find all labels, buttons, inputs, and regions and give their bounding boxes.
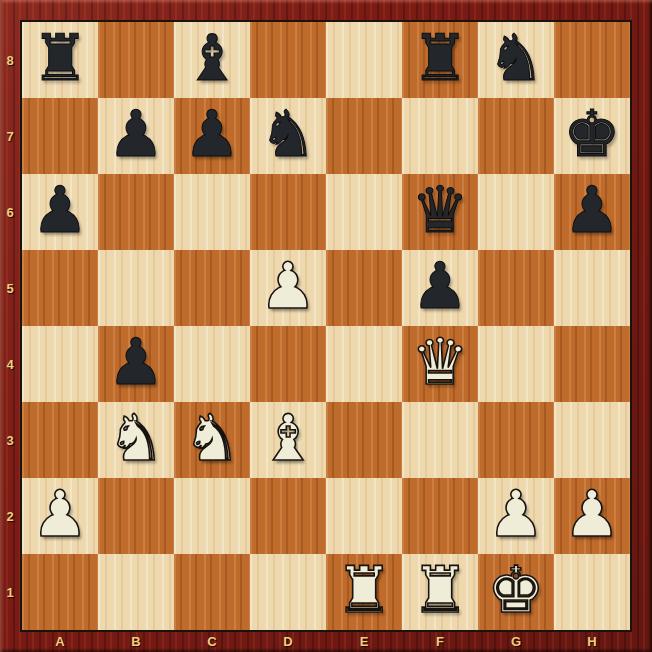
square-d3[interactable]: ♝ [250, 402, 326, 478]
square-b3[interactable]: ♞ [98, 402, 174, 478]
square-b1[interactable] [98, 554, 174, 630]
square-f4[interactable]: ♛ [402, 326, 478, 402]
square-g1[interactable]: ♚ [478, 554, 554, 630]
square-g5[interactable] [478, 250, 554, 326]
piece-white-pawn-a2[interactable]: ♟ [31, 482, 88, 546]
piece-black-rook-a8[interactable]: ♜ [31, 26, 88, 90]
square-e2[interactable] [326, 478, 402, 554]
piece-black-knight-g8[interactable]: ♞ [487, 26, 544, 90]
piece-white-queen-f4[interactable]: ♛ [411, 330, 468, 394]
piece-black-king-h7[interactable]: ♚ [563, 102, 620, 166]
piece-white-king-g1[interactable]: ♚ [487, 558, 544, 622]
rank-label-1: 1 [0, 585, 20, 600]
square-a5[interactable] [22, 250, 98, 326]
square-b6[interactable] [98, 174, 174, 250]
square-e5[interactable] [326, 250, 402, 326]
square-e6[interactable] [326, 174, 402, 250]
square-h6[interactable]: ♟ [554, 174, 630, 250]
square-d4[interactable] [250, 326, 326, 402]
file-label-f: F [402, 634, 478, 650]
square-h1[interactable] [554, 554, 630, 630]
piece-white-bishop-d3[interactable]: ♝ [259, 406, 316, 470]
square-a6[interactable]: ♟ [22, 174, 98, 250]
file-label-h: H [554, 634, 630, 650]
square-e4[interactable] [326, 326, 402, 402]
square-b5[interactable] [98, 250, 174, 326]
square-c4[interactable] [174, 326, 250, 402]
square-d8[interactable] [250, 22, 326, 98]
square-d6[interactable] [250, 174, 326, 250]
square-h8[interactable] [554, 22, 630, 98]
piece-white-rook-f1[interactable]: ♜ [411, 558, 468, 622]
square-g8[interactable]: ♞ [478, 22, 554, 98]
square-f6[interactable]: ♛ [402, 174, 478, 250]
square-h5[interactable] [554, 250, 630, 326]
square-e7[interactable] [326, 98, 402, 174]
square-f5[interactable]: ♟ [402, 250, 478, 326]
square-a7[interactable] [22, 98, 98, 174]
piece-white-pawn-g2[interactable]: ♟ [487, 482, 544, 546]
square-d5[interactable]: ♟ [250, 250, 326, 326]
square-e8[interactable] [326, 22, 402, 98]
rank-label-5: 5 [0, 281, 20, 296]
square-c2[interactable] [174, 478, 250, 554]
rank-label-4: 4 [0, 357, 20, 372]
square-a8[interactable]: ♜ [22, 22, 98, 98]
square-c6[interactable] [174, 174, 250, 250]
file-label-b: B [98, 634, 174, 650]
file-label-g: G [478, 634, 554, 650]
square-h2[interactable]: ♟ [554, 478, 630, 554]
file-label-e: E [326, 634, 402, 650]
square-c1[interactable] [174, 554, 250, 630]
piece-black-rook-f8[interactable]: ♜ [411, 26, 468, 90]
chess-board-frame: ♜♝♜♞♟♟♞♚♟♛♟♟♟♟♛♞♞♝♟♟♟♜♜♚ 87654321ABCDEFG… [0, 0, 652, 652]
piece-black-pawn-a6[interactable]: ♟ [31, 178, 88, 242]
rank-label-3: 3 [0, 433, 20, 448]
square-b8[interactable] [98, 22, 174, 98]
square-c7[interactable]: ♟ [174, 98, 250, 174]
piece-black-pawn-c7[interactable]: ♟ [183, 102, 240, 166]
rank-label-6: 6 [0, 205, 20, 220]
square-e1[interactable]: ♜ [326, 554, 402, 630]
piece-black-pawn-f5[interactable]: ♟ [411, 254, 468, 318]
piece-white-knight-c3[interactable]: ♞ [183, 406, 240, 470]
rank-label-8: 8 [0, 53, 20, 68]
square-c5[interactable] [174, 250, 250, 326]
file-label-a: A [22, 634, 98, 650]
square-d7[interactable]: ♞ [250, 98, 326, 174]
square-h4[interactable] [554, 326, 630, 402]
square-g4[interactable] [478, 326, 554, 402]
square-h7[interactable]: ♚ [554, 98, 630, 174]
square-a4[interactable] [22, 326, 98, 402]
rank-label-2: 2 [0, 509, 20, 524]
piece-white-knight-b3[interactable]: ♞ [107, 406, 164, 470]
square-c8[interactable]: ♝ [174, 22, 250, 98]
square-b4[interactable]: ♟ [98, 326, 174, 402]
square-a2[interactable]: ♟ [22, 478, 98, 554]
square-a3[interactable] [22, 402, 98, 478]
square-b2[interactable] [98, 478, 174, 554]
square-g6[interactable] [478, 174, 554, 250]
piece-black-bishop-c8[interactable]: ♝ [183, 26, 240, 90]
square-f3[interactable] [402, 402, 478, 478]
square-g7[interactable] [478, 98, 554, 174]
rank-label-7: 7 [0, 129, 20, 144]
square-a1[interactable] [22, 554, 98, 630]
square-h3[interactable] [554, 402, 630, 478]
piece-black-pawn-b7[interactable]: ♟ [107, 102, 164, 166]
square-f8[interactable]: ♜ [402, 22, 478, 98]
square-d2[interactable] [250, 478, 326, 554]
chess-board: ♜♝♜♞♟♟♞♚♟♛♟♟♟♟♛♞♞♝♟♟♟♜♜♚ [20, 20, 632, 632]
file-label-d: D [250, 634, 326, 650]
square-b7[interactable]: ♟ [98, 98, 174, 174]
piece-white-rook-e1[interactable]: ♜ [335, 558, 392, 622]
square-d1[interactable] [250, 554, 326, 630]
piece-white-pawn-d5[interactable]: ♟ [259, 254, 316, 318]
square-c3[interactable]: ♞ [174, 402, 250, 478]
square-f1[interactable]: ♜ [402, 554, 478, 630]
piece-white-pawn-h2[interactable]: ♟ [563, 482, 620, 546]
piece-black-knight-d7[interactable]: ♞ [259, 102, 316, 166]
square-g2[interactable]: ♟ [478, 478, 554, 554]
square-f2[interactable] [402, 478, 478, 554]
square-e3[interactable] [326, 402, 402, 478]
square-f7[interactable] [402, 98, 478, 174]
square-g3[interactable] [478, 402, 554, 478]
file-label-c: C [174, 634, 250, 650]
piece-black-pawn-h6[interactable]: ♟ [563, 178, 620, 242]
piece-black-queen-f6[interactable]: ♛ [411, 178, 468, 242]
piece-black-pawn-b4[interactable]: ♟ [107, 330, 164, 394]
